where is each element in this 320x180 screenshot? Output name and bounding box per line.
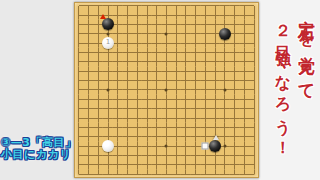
board-intersection [249,160,259,169]
board-intersection [230,142,240,151]
board-intersection [162,151,172,160]
board-intersection [142,132,152,141]
board-intersection [220,104,230,113]
board-intersection [74,20,84,29]
board-intersection [201,170,211,179]
board-intersection [152,123,162,132]
board-intersection [191,67,201,76]
board-intersection [162,142,172,151]
board-intersection [230,95,240,104]
board-intersection [132,20,142,29]
board-intersection [103,160,113,169]
board-intersection [132,170,142,179]
board-intersection [84,142,94,151]
board-intersection [220,142,230,151]
board-intersection [152,38,162,47]
board-intersection [249,95,259,104]
star-point [107,32,110,35]
board-intersection [210,85,220,94]
board-intersection [74,85,84,94]
board-intersection [152,29,162,38]
board-intersection [240,160,250,169]
board-intersection [191,170,201,179]
board-intersection [230,151,240,160]
board-intersection [123,1,133,10]
board-intersection [240,57,250,66]
white-square-marker [202,143,209,150]
board-intersection [171,113,181,122]
board-intersection [240,104,250,113]
board-intersection [84,132,94,141]
board-intersection [93,85,103,94]
board-intersection [123,113,133,122]
board-intersection [210,104,220,113]
board-intersection [220,48,230,57]
board-intersection [220,29,230,38]
white-triangle-marker [213,135,219,140]
board-intersection [113,67,123,76]
board-intersection [201,20,211,29]
board-intersection [84,104,94,113]
board-intersection [181,132,191,141]
board-intersection [152,151,162,160]
board-intersection [74,123,84,132]
board-intersection [93,151,103,160]
board-intersection [152,160,162,169]
board-intersection [152,104,162,113]
board-intersection [230,48,240,57]
board-intersection [162,170,172,179]
board-intersection [162,38,172,47]
board-intersection [84,170,94,179]
board-intersection [123,142,133,151]
board-intersection [113,85,123,94]
board-intersection [162,1,172,10]
board-intersection [171,160,181,169]
board-intersection [181,85,191,94]
board-intersection [84,38,94,47]
board-intersection [240,38,250,47]
board-intersection [103,113,113,122]
board-intersection [220,95,230,104]
black-stone [219,28,231,40]
board-intersection [113,142,123,151]
board-intersection [123,48,133,57]
board-intersection [113,10,123,19]
board-intersection [132,76,142,85]
board-intersection [103,48,113,57]
board-intersection [201,38,211,47]
board-intersection [240,76,250,85]
board-intersection [249,170,259,179]
board-intersection [142,113,152,122]
board-intersection [152,170,162,179]
board-intersection [84,113,94,122]
board-intersection [74,160,84,169]
board-intersection [93,95,103,104]
board-intersection [181,123,191,132]
episode-caption-line2: 小目にカカリ [1,149,76,161]
board-intersection [230,113,240,122]
board-intersection [171,95,181,104]
board-intersection [113,20,123,29]
board-intersection [162,85,172,94]
board-intersection [152,10,162,19]
board-intersection [123,67,133,76]
board-intersection [201,132,211,141]
board-intersection [240,29,250,38]
board-intersection [132,160,142,169]
board-intersection [103,20,113,29]
board-intersection [123,20,133,29]
board-intersection [240,132,250,141]
board-intersection [93,76,103,85]
board-intersection [84,48,94,57]
board-intersection [103,1,113,10]
board-intersection [84,10,94,19]
board-intersection [123,104,133,113]
board-intersection [220,38,230,47]
board-intersection [142,48,152,57]
board-intersection [103,85,113,94]
board-intersection [123,38,133,47]
board-intersection [249,132,259,141]
board-intersection [240,48,250,57]
board-intersection [191,151,201,160]
board-intersection [74,113,84,122]
star-point [223,88,226,91]
board-intersection [220,85,230,94]
board-intersection [249,151,259,160]
board-intersection [74,76,84,85]
board-intersection [249,104,259,113]
board-intersection [152,20,162,29]
board-intersection [171,123,181,132]
board-intersection [162,29,172,38]
board-intersection [142,76,152,85]
board-intersection [171,29,181,38]
board-intersection [181,10,191,19]
board-intersection [230,10,240,19]
board-intersection [132,48,142,57]
board-intersection [210,20,220,29]
board-intersection [113,57,123,66]
board-intersection [74,38,84,47]
board-intersection [103,142,113,151]
board-intersection [249,20,259,29]
board-intersection [171,1,181,10]
board-intersection [152,113,162,122]
board-intersection [103,151,113,160]
board-intersection [181,1,191,10]
board-intersection [103,76,113,85]
board-intersection [181,95,191,104]
red-triangle-marker [100,14,106,19]
board-intersection [230,160,240,169]
board-intersection [210,170,220,179]
board-intersection [74,10,84,19]
board-intersection [240,151,250,160]
board-intersection [220,1,230,10]
board-intersection [240,85,250,94]
board-intersection [93,104,103,113]
board-intersection [132,132,142,141]
board-intersection [113,160,123,169]
board-intersection [181,67,191,76]
board-intersection [220,123,230,132]
board-intersection [201,151,211,160]
board-intersection [113,95,123,104]
board-intersection [142,20,152,29]
board-intersection [103,95,113,104]
board-intersection [249,38,259,47]
board-intersection [84,76,94,85]
board-intersection [93,57,103,66]
board-intersection [201,160,211,169]
board-intersection [220,151,230,160]
black-stone [209,140,221,152]
board-intersection [181,29,191,38]
board-intersection [240,67,250,76]
board-intersection [201,48,211,57]
board-intersection [132,67,142,76]
board-intersection [93,1,103,10]
board-intersection [210,113,220,122]
board-intersection [181,170,191,179]
board-intersection [191,1,201,10]
board-intersection [230,132,240,141]
star-point [165,145,168,148]
board-intersection [230,123,240,132]
board-intersection [113,113,123,122]
board-intersection [84,67,94,76]
board-intersection [113,29,123,38]
board-intersection [123,76,133,85]
board-intersection [152,132,162,141]
board-intersection [132,123,142,132]
board-intersection [123,170,133,179]
board-intersection [181,113,191,122]
board-intersection [191,95,201,104]
board-intersection [181,57,191,66]
board-intersection [191,104,201,113]
board-intersection [93,160,103,169]
board-intersection [191,48,201,57]
board-intersection [74,57,84,66]
board-intersection [171,76,181,85]
board-intersection [210,57,220,66]
board-intersection [162,10,172,19]
board-intersection [171,38,181,47]
board-intersection [191,113,201,122]
board-intersection [142,29,152,38]
board-intersection [132,113,142,122]
board-intersection [191,29,201,38]
star-point [165,88,168,91]
board-intersection [142,38,152,47]
board-intersection [142,95,152,104]
board-intersection [210,160,220,169]
board-intersection [84,29,94,38]
board-intersection [240,170,250,179]
board-intersection [142,142,152,151]
title-line-1: 定石を覚えて [295,0,319,180]
board-intersection [74,48,84,57]
board-intersection [210,38,220,47]
board-intersection [220,76,230,85]
board-intersection [84,20,94,29]
board-intersection [162,104,172,113]
board-intersection [201,57,211,66]
go-board: 1 [74,2,259,178]
board-intersection [191,142,201,151]
board-intersection [249,142,259,151]
board-intersection [74,170,84,179]
board-intersection [162,113,172,122]
title-vertical: 定石を覚えて ２目強くなろう！ [272,0,319,180]
board-intersection [240,113,250,122]
star-point [165,32,168,35]
board-intersection [230,38,240,47]
board-intersection [123,123,133,132]
board-intersection [123,151,133,160]
board-intersection [171,151,181,160]
board-intersection [191,20,201,29]
board-intersection [230,104,240,113]
star-point [107,88,110,91]
board-intersection [201,10,211,19]
board-intersection [181,20,191,29]
board-intersection [181,38,191,47]
board-intersection [220,170,230,179]
board-intersection [249,67,259,76]
board-intersection [162,95,172,104]
board-intersection [113,76,123,85]
episode-caption: ③—3「高目」 小目にカカリ [1,137,76,160]
board-intersection [230,20,240,29]
board-intersection [84,95,94,104]
title-line-2: ２目強くなろう！ [272,0,295,180]
board-intersection [123,160,133,169]
board-intersection [171,10,181,19]
board-intersection [220,67,230,76]
board-intersection [191,132,201,141]
board-intersection [162,76,172,85]
board-intersection [171,104,181,113]
board-intersection [162,132,172,141]
stone-move-number: 1 [106,40,110,47]
board-intersection [201,104,211,113]
board-intersection [142,104,152,113]
board-intersection [152,1,162,10]
board-intersection [123,29,133,38]
board-intersection [123,132,133,141]
board-intersection [132,85,142,94]
board-intersection [240,142,250,151]
board-intersection [230,1,240,10]
board-intersection [142,85,152,94]
board-intersection [210,67,220,76]
board-intersection [132,38,142,47]
board-intersection [113,48,123,57]
board-intersection [152,67,162,76]
board-intersection [113,132,123,141]
board-intersection [249,10,259,19]
board-intersection [220,10,230,19]
board-intersection [249,85,259,94]
board-intersection [84,160,94,169]
board-intersection [249,113,259,122]
board-intersection [162,57,172,66]
board-intersection [191,38,201,47]
board-intersection [181,142,191,151]
board-intersection [201,76,211,85]
board-intersection [142,123,152,132]
board-intersection [152,48,162,57]
board-intersection [74,67,84,76]
board-intersection [103,57,113,66]
board-intersection [230,67,240,76]
board-intersection [171,20,181,29]
board-intersection [201,1,211,10]
board-intersection [210,10,220,19]
board-intersection [74,29,84,38]
board-intersection [171,170,181,179]
board-intersection: 1 [103,38,113,47]
board-intersection [201,29,211,38]
board-intersection [162,160,172,169]
board-intersection [132,142,142,151]
board-intersection [93,113,103,122]
board-intersection [220,160,230,169]
board-intersection [132,29,142,38]
board-intersection [142,151,152,160]
board-intersection [162,20,172,29]
board-intersection [181,151,191,160]
board-intersection [84,1,94,10]
board-intersection [191,57,201,66]
board-intersection [132,104,142,113]
board-intersection [191,85,201,94]
board-intersection [103,104,113,113]
board-intersection [142,57,152,66]
board-intersection [181,160,191,169]
board-intersection [249,48,259,57]
board-intersection [74,104,84,113]
board-intersection [240,10,250,19]
board-intersection [113,104,123,113]
board-intersection [74,95,84,104]
board-intersection [162,48,172,57]
board-intersection [142,1,152,10]
star-point [223,145,226,148]
white-stone [102,140,114,152]
board-intersection [132,151,142,160]
board-intersection [201,113,211,122]
board-intersection [84,123,94,132]
board-intersection [152,142,162,151]
board-intersection [171,142,181,151]
board-intersection [171,57,181,66]
board-intersection [220,113,230,122]
board-intersection [93,170,103,179]
board-intersection [84,151,94,160]
board-intersection [123,95,133,104]
board-intersection [142,160,152,169]
video-thumbnail: { "game": "go", "board": { "size": 19, "… [0,0,320,180]
board-intersection [210,142,220,151]
board-intersection [240,1,250,10]
